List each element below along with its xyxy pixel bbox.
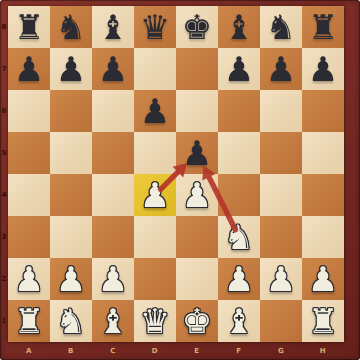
square-b3[interactable] [50,216,92,258]
piece-black-pawn: ♟ [224,48,254,90]
piece-white-rook: ♜ [14,300,44,342]
square-b4[interactable] [50,174,92,216]
square-f7[interactable]: ♟ [218,48,260,90]
piece-white-pawn: ♟ [140,174,170,216]
piece-black-pawn: ♟ [14,48,44,90]
piece-white-pawn: ♟ [98,258,128,300]
rank-label: 6 [0,90,8,132]
square-g1[interactable] [260,300,302,342]
square-a6[interactable] [8,90,50,132]
square-g5[interactable] [260,132,302,174]
square-e4[interactable]: ♟ [176,174,218,216]
square-d6[interactable]: ♟ [134,90,176,132]
square-b5[interactable] [50,132,92,174]
square-h6[interactable] [302,90,344,132]
square-f1[interactable]: ♝ [218,300,260,342]
square-d5[interactable] [134,132,176,174]
square-h2[interactable]: ♟ [302,258,344,300]
rank-label: 5 [0,132,8,174]
square-a8[interactable]: ♜ [8,6,50,48]
piece-white-knight: ♞ [56,300,86,342]
square-b6[interactable] [50,90,92,132]
square-f6[interactable] [218,90,260,132]
square-a4[interactable] [8,174,50,216]
piece-white-bishop: ♝ [224,300,254,342]
piece-black-knight: ♞ [266,6,296,48]
square-c1[interactable]: ♝ [92,300,134,342]
square-d4[interactable]: ♟ [134,174,176,216]
piece-black-knight: ♞ [56,6,86,48]
rank-label: 8 [0,6,8,48]
piece-white-pawn: ♟ [56,258,86,300]
piece-black-rook: ♜ [14,6,44,48]
square-c5[interactable] [92,132,134,174]
square-b7[interactable]: ♟ [50,48,92,90]
square-h7[interactable]: ♟ [302,48,344,90]
square-a2[interactable]: ♟ [8,258,50,300]
square-c7[interactable]: ♟ [92,48,134,90]
board-frame: 87654321 ABCDEFGH ♜♞♝♛♚♝♞♜♟♟♟♟♟♟♟♟♟♟♞♟♟♟… [0,0,360,360]
piece-black-pawn: ♟ [56,48,86,90]
square-e5[interactable]: ♟ [176,132,218,174]
square-b2[interactable]: ♟ [50,258,92,300]
square-h8[interactable]: ♜ [302,6,344,48]
square-a5[interactable] [8,132,50,174]
piece-black-bishop: ♝ [224,6,254,48]
piece-white-king: ♚ [182,300,212,342]
square-g8[interactable]: ♞ [260,6,302,48]
square-g3[interactable] [260,216,302,258]
square-f4[interactable] [218,174,260,216]
piece-black-pawn: ♟ [308,48,338,90]
file-label: D [134,342,176,360]
square-d8[interactable]: ♛ [134,6,176,48]
rank-label: 3 [0,216,8,258]
piece-white-pawn: ♟ [224,258,254,300]
square-f8[interactable]: ♝ [218,6,260,48]
square-c3[interactable] [92,216,134,258]
file-label: G [260,342,302,360]
square-d7[interactable] [134,48,176,90]
square-e2[interactable] [176,258,218,300]
piece-white-knight: ♞ [224,216,254,258]
square-h4[interactable] [302,174,344,216]
piece-black-pawn: ♟ [140,90,170,132]
chess-board: ♜♞♝♛♚♝♞♜♟♟♟♟♟♟♟♟♟♟♞♟♟♟♟♟♟♜♞♝♛♚♝♜ [8,6,344,342]
square-b1[interactable]: ♞ [50,300,92,342]
piece-white-pawn: ♟ [182,174,212,216]
square-e8[interactable]: ♚ [176,6,218,48]
square-b8[interactable]: ♞ [50,6,92,48]
square-h3[interactable] [302,216,344,258]
square-e1[interactable]: ♚ [176,300,218,342]
square-c8[interactable]: ♝ [92,6,134,48]
rank-label: 1 [0,300,8,342]
file-label: A [8,342,50,360]
piece-black-pawn: ♟ [266,48,296,90]
square-h5[interactable] [302,132,344,174]
square-c4[interactable] [92,174,134,216]
file-label: B [50,342,92,360]
square-h1[interactable]: ♜ [302,300,344,342]
piece-black-rook: ♜ [308,6,338,48]
square-d3[interactable] [134,216,176,258]
file-label: C [92,342,134,360]
piece-white-rook: ♜ [308,300,338,342]
square-f2[interactable]: ♟ [218,258,260,300]
square-f3[interactable]: ♞ [218,216,260,258]
square-g7[interactable]: ♟ [260,48,302,90]
piece-white-pawn: ♟ [266,258,296,300]
piece-white-queen: ♛ [140,300,170,342]
piece-black-queen: ♛ [140,6,170,48]
square-d1[interactable]: ♛ [134,300,176,342]
square-c2[interactable]: ♟ [92,258,134,300]
file-label: E [176,342,218,360]
square-c6[interactable] [92,90,134,132]
square-g6[interactable] [260,90,302,132]
square-a1[interactable]: ♜ [8,300,50,342]
square-g2[interactable]: ♟ [260,258,302,300]
rank-label: 4 [0,174,8,216]
file-label: H [302,342,344,360]
rank-label: 7 [0,48,8,90]
rank-label: 2 [0,258,8,300]
square-a3[interactable] [8,216,50,258]
piece-black-pawn: ♟ [182,132,212,174]
square-e7[interactable] [176,48,218,90]
square-g4[interactable] [260,174,302,216]
file-labels: ABCDEFGH [8,342,344,360]
square-e6[interactable] [176,90,218,132]
square-a7[interactable]: ♟ [8,48,50,90]
square-f5[interactable] [218,132,260,174]
square-e3[interactable] [176,216,218,258]
piece-white-pawn: ♟ [14,258,44,300]
piece-white-bishop: ♝ [98,300,128,342]
file-label: F [218,342,260,360]
rank-labels: 87654321 [0,6,8,342]
piece-black-pawn: ♟ [98,48,128,90]
piece-black-bishop: ♝ [98,6,128,48]
piece-white-pawn: ♟ [308,258,338,300]
piece-black-king: ♚ [182,6,212,48]
square-d2[interactable] [134,258,176,300]
